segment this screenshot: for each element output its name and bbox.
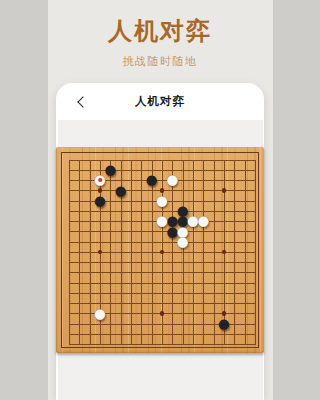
grid-line — [69, 344, 256, 345]
last-move-marker — [98, 178, 102, 182]
grid-line — [69, 262, 256, 263]
grid-line — [183, 160, 184, 346]
grid-line — [69, 272, 256, 273]
grid-line — [203, 160, 204, 346]
white-stone: ● — [90, 170, 110, 190]
star-point — [160, 311, 165, 316]
white-stone: ● — [152, 211, 172, 231]
white-stone: ● — [193, 211, 213, 231]
white-stone: ● — [90, 303, 110, 323]
app-bar-title: 人机对弈 — [135, 94, 185, 109]
grid-line — [193, 160, 194, 346]
grid-line — [234, 160, 235, 346]
chevron-left-icon — [77, 96, 88, 107]
phone-card: 人机对弈 ●●●●●●●●●●●●●●●●●● — [56, 83, 264, 400]
star-point — [160, 250, 165, 255]
grid-line — [69, 283, 256, 284]
grid-line — [69, 334, 256, 335]
star-point — [222, 250, 227, 255]
white-stone: ● — [152, 191, 172, 211]
app-bar: 人机对弈 — [56, 83, 264, 120]
back-button[interactable] — [74, 95, 88, 109]
white-stone: ● — [173, 232, 193, 252]
page-title: 人机对弈 — [48, 15, 273, 47]
black-stone: ● — [142, 170, 162, 190]
black-stone: ● — [90, 191, 110, 211]
star-point — [222, 188, 227, 193]
grid-line — [255, 160, 256, 346]
black-stone: ● — [111, 180, 131, 200]
screen: 人机对弈 挑战随时随地 人机对弈 ●●●●●●●●●●●●●●●●●● — [48, 0, 273, 400]
white-stone: ● — [162, 170, 182, 190]
grid-line — [69, 293, 256, 294]
star-point — [98, 250, 103, 255]
go-board[interactable]: ●●●●●●●●●●●●●●●●●● — [56, 147, 264, 353]
page-subtitle: 挑战随时随地 — [48, 54, 273, 69]
grid-line — [245, 160, 246, 346]
black-stone: ● — [214, 314, 234, 334]
board-grid: ●●●●●●●●●●●●●●●●●● — [69, 160, 256, 346]
